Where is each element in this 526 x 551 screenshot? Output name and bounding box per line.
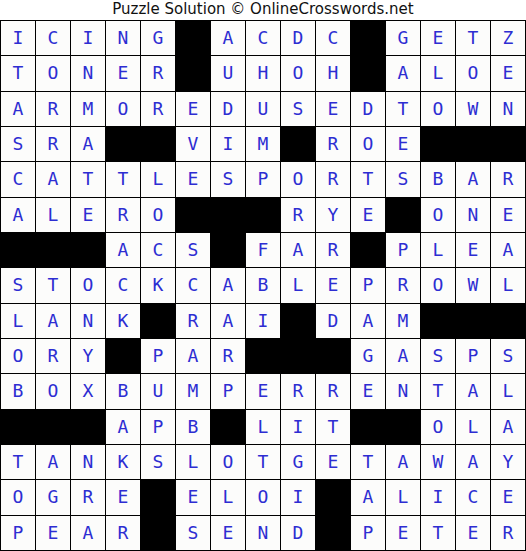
cell-r7c9: A [281,233,315,267]
cell-r8c6: C [176,268,210,302]
cell-r9c12: M [386,304,420,338]
cell-letter: O [363,135,374,153]
cell-r14c6: E [176,480,210,514]
cell-letter: R [223,347,234,365]
cell-letter: E [48,524,59,542]
cell-r4c6: V [176,127,210,161]
cell-letter: M [83,100,94,118]
cell-letter: C [153,241,164,259]
block-r4c5 [141,127,175,161]
cell-r6c10: Y [316,198,350,232]
cell-r8c15: L [491,268,525,302]
cell-r5c2: A [36,162,70,196]
block-r4c14 [456,127,490,161]
cell-r3c11: D [351,92,385,126]
cell-letter: E [223,524,234,542]
block-r10c8 [246,339,280,373]
cell-letter: D [293,524,304,542]
cell-r13c3: N [71,445,105,479]
cell-letter: C [468,488,479,506]
cell-r14c13: I [421,480,455,514]
cell-letter: R [153,100,164,118]
cell-letter: T [13,64,24,82]
block-r12c3 [71,410,105,444]
cell-r2c13: L [421,56,455,90]
cell-r9c7: A [211,304,245,338]
cell-letter: R [118,206,129,224]
cell-r15c9: D [281,516,315,550]
cell-r5c11: T [351,162,385,196]
cell-letter: A [118,418,129,436]
cell-letter: T [363,170,374,188]
cell-r5c14: A [456,162,490,196]
cell-letter: A [398,64,409,82]
cell-letter: T [83,170,94,188]
cell-letter: R [328,241,339,259]
cell-letter: E [328,453,339,471]
cell-r3c13: O [421,92,455,126]
block-r12c7 [211,410,245,444]
cell-letter: R [503,524,514,542]
cell-letter: O [48,64,59,82]
cell-letter: T [328,418,339,436]
cell-letter: A [398,453,409,471]
cell-letter: G [398,29,409,47]
cell-letter: S [223,170,234,188]
cell-r14c11: A [351,480,385,514]
cell-r8c2: T [36,268,70,302]
cell-letter: A [13,100,24,118]
cell-r9c6: R [176,304,210,338]
cell-letter: T [258,453,269,471]
cell-letter: A [13,206,24,224]
cell-letter: S [153,453,164,471]
block-r6c8 [246,198,280,232]
cell-letter: I [433,488,444,506]
cell-letter: A [468,453,479,471]
cell-r2c1: T [1,56,35,90]
cell-r2c2: O [36,56,70,90]
block-r9c5 [141,304,175,338]
cell-letter: P [398,241,409,259]
cell-r15c6: S [176,516,210,550]
cell-letter: I [258,312,269,330]
cell-r12c9: I [281,410,315,444]
block-r1c6 [176,21,210,55]
cell-r6c3: E [71,198,105,232]
cell-r8c12: R [386,268,420,302]
cell-r10c15: S [491,339,525,373]
cell-letter: T [468,29,479,47]
cell-letter: A [363,488,374,506]
cell-r4c12: E [386,127,420,161]
cell-letter: G [293,453,304,471]
cell-r1c15: Z [491,21,525,55]
cell-r1c13: E [421,21,455,55]
cell-r11c5: U [141,374,175,408]
cell-r2c3: N [71,56,105,90]
crossword-grid: ICINGACDCGETZTONERUHOHALOEARMOREDUSEDTOW… [0,20,526,551]
cell-r9c11: A [351,304,385,338]
cell-r10c13: S [421,339,455,373]
cell-letter: O [258,488,269,506]
cell-letter: I [223,135,234,153]
cell-r11c10: R [316,374,350,408]
cell-r13c15: Y [491,445,525,479]
cell-r12c5: P [141,410,175,444]
block-r7c2 [36,233,70,267]
cell-letter: E [363,382,374,400]
cell-letter: E [83,206,94,224]
cell-letter: P [258,170,269,188]
cell-letter: A [48,453,59,471]
cell-letter: E [258,382,269,400]
cell-letter: S [188,241,199,259]
cell-letter: D [293,29,304,47]
cell-r6c5: O [141,198,175,232]
cell-r8c14: W [456,268,490,302]
cell-r8c9: L [281,268,315,302]
cell-letter: L [503,382,514,400]
cell-letter: S [503,347,514,365]
cell-letter: T [363,453,374,471]
cell-r14c3: R [71,480,105,514]
cell-r6c14: N [456,198,490,232]
cell-r6c9: R [281,198,315,232]
cell-r13c2: A [36,445,70,479]
cell-r5c6: E [176,162,210,196]
cell-letter: A [83,524,94,542]
cell-r14c9: I [281,480,315,514]
cell-r8c1: S [1,268,35,302]
cell-letter: S [188,524,199,542]
block-r9c14 [456,304,490,338]
cell-r12c14: L [456,410,490,444]
cell-letter: N [83,312,94,330]
cell-letter: B [188,418,199,436]
cell-r10c6: A [176,339,210,373]
cell-letter: O [468,64,479,82]
cell-letter: W [468,276,479,294]
block-r12c2 [36,410,70,444]
cell-r13c14: A [456,445,490,479]
cell-r1c14: T [456,21,490,55]
cell-letter: P [153,347,164,365]
cell-letter: R [503,170,514,188]
cell-r3c12: T [386,92,420,126]
page-title: Puzzle Solution © OnlineCrosswords.net [0,0,526,20]
cell-letter: C [328,29,339,47]
cell-r15c2: E [36,516,70,550]
cell-r14c15: E [491,480,525,514]
cell-r13c4: K [106,445,140,479]
cell-letter: L [258,418,269,436]
cell-r10c2: R [36,339,70,373]
cell-letter: Y [503,453,514,471]
cell-r15c4: R [106,516,140,550]
cell-r10c14: P [456,339,490,373]
cell-letter: R [398,276,409,294]
cell-r1c1: I [1,21,35,55]
cell-letter: O [48,382,59,400]
cell-letter: S [398,170,409,188]
cell-r2c10: H [316,56,350,90]
cell-r4c2: R [36,127,70,161]
cell-letter: S [293,100,304,118]
cell-r11c9: R [281,374,315,408]
cell-r1c5: G [141,21,175,55]
cell-letter: L [293,276,304,294]
cell-r1c10: C [316,21,350,55]
block-r12c11 [351,410,385,444]
cell-letter: A [293,241,304,259]
cell-r12c8: L [246,410,280,444]
cell-letter: O [293,170,304,188]
cell-r15c14: E [456,516,490,550]
cell-r11c7: P [211,374,245,408]
cell-letter: L [433,64,444,82]
cell-letter: A [468,382,479,400]
cell-r7c5: C [141,233,175,267]
cell-letter: R [48,100,59,118]
cell-r6c2: L [36,198,70,232]
cell-r2c9: O [281,56,315,90]
cell-r7c12: P [386,233,420,267]
cell-r3c7: D [211,92,245,126]
cell-letter: A [48,170,59,188]
cell-r9c10: D [316,304,350,338]
cell-letter: R [328,382,339,400]
cell-r4c7: I [211,127,245,161]
cell-letter: M [188,382,199,400]
cell-r8c8: B [246,268,280,302]
cell-letter: O [433,206,444,224]
cell-r9c1: L [1,304,35,338]
cell-letter: P [223,382,234,400]
cell-letter: G [48,488,59,506]
cell-r10c1: O [1,339,35,373]
cell-letter: E [398,135,409,153]
cell-letter: C [118,276,129,294]
block-r6c7 [211,198,245,232]
cell-letter: I [293,488,304,506]
cell-r5c4: T [106,162,140,196]
block-r4c15 [491,127,525,161]
cell-r6c11: E [351,198,385,232]
cell-letter: W [433,453,444,471]
cell-r15c3: A [71,516,105,550]
cell-r15c12: E [386,516,420,550]
cell-r6c1: A [1,198,35,232]
block-r9c15 [491,304,525,338]
block-r10c9 [281,339,315,373]
cell-letter: S [13,276,24,294]
cell-letter: N [258,524,269,542]
cell-r3c8: U [246,92,280,126]
cell-letter: L [223,488,234,506]
cell-r5c9: O [281,162,315,196]
block-r7c1 [1,233,35,267]
cell-letter: R [153,64,164,82]
cell-r2c12: A [386,56,420,90]
cell-r1c4: N [106,21,140,55]
cell-letter: R [328,170,339,188]
cell-letter: O [153,206,164,224]
cell-r1c7: A [211,21,245,55]
cell-r14c2: G [36,480,70,514]
cell-letter: T [433,382,444,400]
cell-letter: O [223,453,234,471]
block-r2c11 [351,56,385,90]
cell-letter: E [503,488,514,506]
cell-letter: N [118,29,129,47]
cell-letter: F [258,241,269,259]
cell-r1c3: I [71,21,105,55]
cell-letter: S [433,347,444,365]
cell-letter: L [13,312,24,330]
block-r4c4 [106,127,140,161]
cell-letter: E [468,524,479,542]
cell-letter: E [118,64,129,82]
puzzle-solution-page: Puzzle Solution © OnlineCrosswords.net I… [0,0,526,551]
cell-r3c10: E [316,92,350,126]
cell-letter: I [83,29,94,47]
cell-letter: B [13,382,24,400]
cell-r13c10: E [316,445,350,479]
cell-r13c6: L [176,445,210,479]
cell-r13c1: T [1,445,35,479]
cell-r6c13: O [421,198,455,232]
cell-letter: A [223,312,234,330]
cell-letter: R [293,382,304,400]
cell-r14c8: O [246,480,280,514]
cell-r1c12: G [386,21,420,55]
block-r15c5 [141,516,175,550]
cell-letter: H [328,64,339,82]
block-r10c4 [106,339,140,373]
cell-letter: E [398,524,409,542]
cell-letter: U [258,100,269,118]
cell-letter: K [118,312,129,330]
cell-letter: L [433,241,444,259]
cell-letter: O [83,276,94,294]
cell-letter: P [363,276,374,294]
cell-letter: R [83,488,94,506]
cell-letter: T [13,453,24,471]
cell-r9c8: I [246,304,280,338]
cell-letter: G [363,347,374,365]
cell-letter: D [223,100,234,118]
cell-r7c6: S [176,233,210,267]
cell-r4c10: R [316,127,350,161]
cell-r11c2: O [36,374,70,408]
cell-letter: D [328,312,339,330]
cell-letter: R [48,135,59,153]
cell-r8c11: P [351,268,385,302]
cell-r2c8: H [246,56,280,90]
cell-letter: E [468,241,479,259]
cell-letter: L [398,488,409,506]
cell-r2c7: U [211,56,245,90]
cell-r11c15: L [491,374,525,408]
cell-r7c10: R [316,233,350,267]
cell-r1c9: D [281,21,315,55]
block-r7c3 [71,233,105,267]
cell-letter: M [398,312,409,330]
cell-r5c15: R [491,162,525,196]
cell-r9c2: A [36,304,70,338]
cell-r7c4: A [106,233,140,267]
cell-letter: E [188,100,199,118]
cell-r14c7: L [211,480,245,514]
block-r7c7 [211,233,245,267]
cell-letter: A [468,170,479,188]
cell-r10c3: Y [71,339,105,373]
cell-r3c5: R [141,92,175,126]
cell-r6c15: E [491,198,525,232]
cell-letter: L [48,206,59,224]
cell-r2c4: E [106,56,140,90]
block-r12c12 [386,410,420,444]
cell-letter: Y [83,347,94,365]
cell-letter: E [503,64,514,82]
block-r1c11 [351,21,385,55]
cell-r7c14: E [456,233,490,267]
cell-r14c14: C [456,480,490,514]
cell-r8c3: O [71,268,105,302]
cell-r12c6: B [176,410,210,444]
cell-letter: T [433,524,444,542]
cell-r1c8: C [246,21,280,55]
cell-letter: R [188,312,199,330]
cell-letter: E [503,206,514,224]
cell-r12c10: T [316,410,350,444]
cell-r5c3: T [71,162,105,196]
cell-letter: M [258,135,269,153]
cell-letter: N [468,206,479,224]
cell-letter: A [363,312,374,330]
cell-r10c5: P [141,339,175,373]
cell-letter: O [433,100,444,118]
cell-letter: U [153,382,164,400]
cell-r4c3: A [71,127,105,161]
cell-r2c5: R [141,56,175,90]
cell-letter: A [503,418,514,436]
block-r9c13 [421,304,455,338]
cell-r3c9: S [281,92,315,126]
cell-letter: B [258,276,269,294]
cell-r5c12: S [386,162,420,196]
cell-letter: I [13,29,24,47]
cell-letter: L [153,170,164,188]
cell-r15c15: R [491,516,525,550]
block-r7c11 [351,233,385,267]
cell-r3c15: N [491,92,525,126]
cell-letter: B [118,382,129,400]
cell-letter: D [363,100,374,118]
block-r9c9 [281,304,315,338]
block-r10c10 [316,339,350,373]
cell-r8c13: O [421,268,455,302]
cell-letter: W [468,100,479,118]
cell-r14c1: O [1,480,35,514]
block-r14c10 [316,480,350,514]
cell-letter: K [153,276,164,294]
cell-letter: A [83,135,94,153]
cell-letter: E [188,170,199,188]
cell-r2c15: E [491,56,525,90]
cell-letter: E [433,29,444,47]
